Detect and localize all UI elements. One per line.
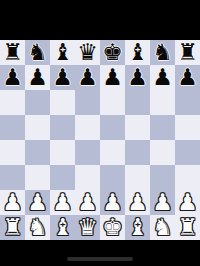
square-g5[interactable] xyxy=(150,115,175,140)
square-f5[interactable] xyxy=(125,115,150,140)
piece-white-king[interactable]: ♚ xyxy=(102,215,123,240)
piece-white-pawn[interactable]: ♟ xyxy=(152,190,173,215)
square-e1[interactable]: ♚ xyxy=(100,215,125,240)
square-d4[interactable] xyxy=(75,140,100,165)
square-c7[interactable]: ♟ xyxy=(50,65,75,90)
square-f4[interactable] xyxy=(125,140,150,165)
square-f2[interactable]: ♟ xyxy=(125,190,150,215)
piece-black-rook[interactable]: ♜ xyxy=(2,40,23,65)
square-e6[interactable] xyxy=(100,90,125,115)
square-f1[interactable]: ♝ xyxy=(125,215,150,240)
square-c1[interactable]: ♝ xyxy=(50,215,75,240)
square-g2[interactable]: ♟ xyxy=(150,190,175,215)
square-h1[interactable]: ♜ xyxy=(175,215,200,240)
piece-white-rook[interactable]: ♜ xyxy=(177,215,198,240)
square-b1[interactable]: ♞ xyxy=(25,215,50,240)
piece-black-pawn[interactable]: ♟ xyxy=(77,65,98,90)
piece-black-pawn[interactable]: ♟ xyxy=(52,65,73,90)
square-f7[interactable]: ♟ xyxy=(125,65,150,90)
piece-black-pawn[interactable]: ♟ xyxy=(127,65,148,90)
piece-white-pawn[interactable]: ♟ xyxy=(27,190,48,215)
piece-black-bishop[interactable]: ♝ xyxy=(52,40,73,65)
square-g7[interactable]: ♟ xyxy=(150,65,175,90)
square-g1[interactable]: ♞ xyxy=(150,215,175,240)
chess-board[interactable]: ♜♞♝♛♚♝♞♜♟♟♟♟♟♟♟♟♟♟♟♟♟♟♟♟♜♞♝♛♚♝♞♜ xyxy=(0,40,200,240)
square-e3[interactable] xyxy=(100,165,125,190)
piece-white-knight[interactable]: ♞ xyxy=(152,215,173,240)
piece-black-pawn[interactable]: ♟ xyxy=(27,65,48,90)
square-d2[interactable]: ♟ xyxy=(75,190,100,215)
square-e2[interactable]: ♟ xyxy=(100,190,125,215)
square-a8[interactable]: ♜ xyxy=(0,40,25,65)
square-a4[interactable] xyxy=(0,140,25,165)
piece-black-bishop[interactable]: ♝ xyxy=(127,40,148,65)
piece-white-rook[interactable]: ♜ xyxy=(2,215,23,240)
piece-black-rook[interactable]: ♜ xyxy=(177,40,198,65)
square-a3[interactable] xyxy=(0,165,25,190)
piece-white-queen[interactable]: ♛ xyxy=(77,215,98,240)
square-h5[interactable] xyxy=(175,115,200,140)
square-c8[interactable]: ♝ xyxy=(50,40,75,65)
piece-white-pawn[interactable]: ♟ xyxy=(52,190,73,215)
square-a2[interactable]: ♟ xyxy=(0,190,25,215)
square-f6[interactable] xyxy=(125,90,150,115)
square-b6[interactable] xyxy=(25,90,50,115)
square-c5[interactable] xyxy=(50,115,75,140)
piece-white-pawn[interactable]: ♟ xyxy=(102,190,123,215)
square-d6[interactable] xyxy=(75,90,100,115)
square-h7[interactable]: ♟ xyxy=(175,65,200,90)
piece-black-queen[interactable]: ♛ xyxy=(77,40,98,65)
square-h2[interactable]: ♟ xyxy=(175,190,200,215)
square-h6[interactable] xyxy=(175,90,200,115)
square-b7[interactable]: ♟ xyxy=(25,65,50,90)
square-f3[interactable] xyxy=(125,165,150,190)
square-d7[interactable]: ♟ xyxy=(75,65,100,90)
square-d8[interactable]: ♛ xyxy=(75,40,100,65)
piece-white-pawn[interactable]: ♟ xyxy=(127,190,148,215)
piece-black-knight[interactable]: ♞ xyxy=(27,40,48,65)
square-g8[interactable]: ♞ xyxy=(150,40,175,65)
piece-black-pawn[interactable]: ♟ xyxy=(2,65,23,90)
square-b8[interactable]: ♞ xyxy=(25,40,50,65)
square-d1[interactable]: ♛ xyxy=(75,215,100,240)
square-c3[interactable] xyxy=(50,165,75,190)
square-c2[interactable]: ♟ xyxy=(50,190,75,215)
home-indicator-bar[interactable] xyxy=(67,257,133,261)
piece-white-knight[interactable]: ♞ xyxy=(27,215,48,240)
square-f8[interactable]: ♝ xyxy=(125,40,150,65)
square-c4[interactable] xyxy=(50,140,75,165)
square-g6[interactable] xyxy=(150,90,175,115)
square-h3[interactable] xyxy=(175,165,200,190)
square-b3[interactable] xyxy=(25,165,50,190)
app-screen: ♜♞♝♛♚♝♞♜♟♟♟♟♟♟♟♟♟♟♟♟♟♟♟♟♜♞♝♛♚♝♞♜ xyxy=(0,0,200,266)
piece-black-pawn[interactable]: ♟ xyxy=(152,65,173,90)
square-a1[interactable]: ♜ xyxy=(0,215,25,240)
square-e7[interactable]: ♟ xyxy=(100,65,125,90)
piece-black-pawn[interactable]: ♟ xyxy=(102,65,123,90)
square-a6[interactable] xyxy=(0,90,25,115)
square-g4[interactable] xyxy=(150,140,175,165)
square-a5[interactable] xyxy=(0,115,25,140)
square-b2[interactable]: ♟ xyxy=(25,190,50,215)
square-e4[interactable] xyxy=(100,140,125,165)
piece-black-pawn[interactable]: ♟ xyxy=(177,65,198,90)
square-g3[interactable] xyxy=(150,165,175,190)
square-d5[interactable] xyxy=(75,115,100,140)
piece-black-knight[interactable]: ♞ xyxy=(152,40,173,65)
square-c6[interactable] xyxy=(50,90,75,115)
square-d3[interactable] xyxy=(75,165,100,190)
square-h4[interactable] xyxy=(175,140,200,165)
square-e5[interactable] xyxy=(100,115,125,140)
square-h8[interactable]: ♜ xyxy=(175,40,200,65)
piece-white-bishop[interactable]: ♝ xyxy=(52,215,73,240)
square-b4[interactable] xyxy=(25,140,50,165)
piece-white-pawn[interactable]: ♟ xyxy=(2,190,23,215)
square-e8[interactable]: ♚ xyxy=(100,40,125,65)
piece-white-bishop[interactable]: ♝ xyxy=(127,215,148,240)
square-b5[interactable] xyxy=(25,115,50,140)
piece-white-pawn[interactable]: ♟ xyxy=(177,190,198,215)
square-a7[interactable]: ♟ xyxy=(0,65,25,90)
piece-white-pawn[interactable]: ♟ xyxy=(77,190,98,215)
piece-black-king[interactable]: ♚ xyxy=(102,40,123,65)
